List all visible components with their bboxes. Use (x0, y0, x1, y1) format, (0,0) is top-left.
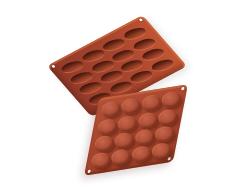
mold-dome (160, 90, 182, 109)
mold-dome (113, 131, 135, 150)
mold-cavity (79, 81, 102, 95)
mold-dome (137, 111, 159, 130)
mold-cavity (61, 60, 84, 74)
mold-dome (90, 151, 112, 170)
mold-dome (100, 100, 122, 119)
corner-hole (51, 65, 56, 69)
mold-dome (93, 134, 115, 153)
mold-cavity (109, 80, 132, 94)
mold-cavity (150, 58, 173, 72)
mold-cavity (129, 69, 152, 83)
mold-cavity (120, 59, 143, 73)
product-photo-canvas (0, 0, 240, 193)
mold-dome (130, 144, 152, 163)
corner-hole (139, 18, 144, 22)
mold-dome (153, 124, 175, 143)
mold-dome (110, 148, 132, 167)
mold-dome (120, 97, 142, 116)
mold-dome (117, 114, 139, 133)
mold-dome (133, 127, 155, 146)
mold-dome (97, 117, 119, 136)
corner-hole (167, 157, 171, 161)
mold-dome (157, 107, 179, 126)
corner-hole (181, 87, 185, 91)
mold-dome (140, 94, 162, 113)
corner-hole (87, 170, 91, 174)
mold-cavity (102, 38, 125, 52)
